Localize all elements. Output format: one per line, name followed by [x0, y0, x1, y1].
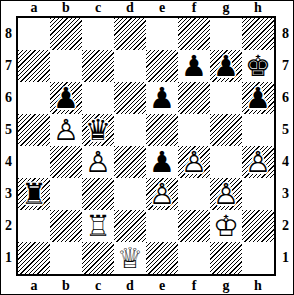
square-d6[interactable] — [114, 82, 146, 114]
white-pawn-b5[interactable]: ♟♙ — [50, 114, 82, 146]
square-h1[interactable] — [242, 242, 274, 274]
square-a6[interactable] — [18, 82, 50, 114]
square-f2[interactable] — [178, 210, 210, 242]
square-g4[interactable] — [210, 146, 242, 178]
piece-glyph: ♟ — [210, 50, 242, 82]
white-pawn-e3[interactable]: ♟♙ — [146, 178, 178, 210]
rank-label-4: 4 — [277, 146, 294, 178]
file-label-g: g — [210, 277, 242, 294]
square-g3[interactable]: ♟♙ — [210, 178, 242, 210]
square-b5[interactable]: ♟♙ — [50, 114, 82, 146]
square-a2[interactable] — [18, 210, 50, 242]
file-labels-top: abcdefgh — [18, 0, 274, 15]
file-label-a: a — [18, 0, 50, 16]
piece-glyph: ♟ — [178, 50, 210, 82]
square-f1[interactable] — [178, 242, 210, 274]
rank-label-8: 8 — [1, 18, 16, 50]
rank-label-2: 2 — [277, 210, 294, 242]
square-e8[interactable] — [146, 18, 178, 50]
white-pawn-c4[interactable]: ♟♙ — [82, 146, 114, 178]
file-label-b: b — [50, 277, 82, 294]
square-h5[interactable] — [242, 114, 274, 146]
rank-label-2: 2 — [1, 210, 16, 242]
square-c8[interactable] — [82, 18, 114, 50]
file-label-g: g — [210, 0, 242, 16]
square-f5[interactable] — [178, 114, 210, 146]
square-g2[interactable]: ♚♔ — [210, 210, 242, 242]
rank-label-6: 6 — [277, 82, 294, 114]
file-label-f: f — [178, 0, 210, 16]
rank-label-8: 8 — [277, 18, 294, 50]
square-b3[interactable] — [50, 178, 82, 210]
square-a4[interactable] — [18, 146, 50, 178]
square-e4[interactable]: ♟ — [146, 146, 178, 178]
square-d7[interactable] — [114, 50, 146, 82]
square-c5[interactable]: ♛ — [82, 114, 114, 146]
square-e7[interactable] — [146, 50, 178, 82]
square-g5[interactable] — [210, 114, 242, 146]
rank-labels-right: 87654321 — [277, 18, 294, 274]
square-c1[interactable] — [82, 242, 114, 274]
square-h6[interactable]: ♟ — [242, 82, 274, 114]
square-e5[interactable] — [146, 114, 178, 146]
piece-glyph: ♙ — [82, 146, 114, 178]
piece-glyph: ♚ — [242, 50, 274, 82]
piece-glyph: ♙ — [210, 178, 242, 210]
piece-glyph: ♟ — [242, 82, 274, 114]
piece-glyph: ♛ — [82, 114, 114, 146]
square-d8[interactable] — [114, 18, 146, 50]
square-b7[interactable] — [50, 50, 82, 82]
file-label-c: c — [82, 0, 114, 16]
file-label-e: e — [146, 277, 178, 294]
square-f3[interactable] — [178, 178, 210, 210]
square-b8[interactable] — [50, 18, 82, 50]
rank-label-5: 5 — [1, 114, 16, 146]
square-f4[interactable]: ♟♙ — [178, 146, 210, 178]
square-h7[interactable]: ♚ — [242, 50, 274, 82]
black-pawn-b6[interactable]: ♟ — [50, 82, 82, 114]
square-g6[interactable] — [210, 82, 242, 114]
square-b6[interactable]: ♟ — [50, 82, 82, 114]
square-d3[interactable] — [114, 178, 146, 210]
black-queen-c5[interactable]: ♛ — [82, 114, 114, 146]
square-h2[interactable] — [242, 210, 274, 242]
square-f6[interactable] — [178, 82, 210, 114]
square-g7[interactable]: ♟ — [210, 50, 242, 82]
piece-glyph: ♖ — [82, 210, 114, 242]
rank-label-3: 3 — [1, 178, 16, 210]
file-label-f: f — [178, 277, 210, 294]
file-labels-bottom: abcdefgh — [18, 277, 274, 294]
white-pawn-g3[interactable]: ♟♙ — [210, 178, 242, 210]
rank-label-7: 7 — [277, 50, 294, 82]
white-pawn-h4[interactable]: ♟♙ — [242, 146, 274, 178]
square-b2[interactable] — [50, 210, 82, 242]
square-a1[interactable] — [18, 242, 50, 274]
square-c7[interactable] — [82, 50, 114, 82]
chess-board[interactable]: ♟♟♚♟♟♟♟♙♛♟♙♟♟♙♟♙♜♟♙♟♙♜♖♚♔♛♕ — [16, 16, 276, 276]
file-label-d: d — [114, 277, 146, 294]
file-label-h: h — [242, 277, 274, 294]
square-e6[interactable]: ♟ — [146, 82, 178, 114]
black-rook-a3[interactable]: ♜ — [18, 178, 50, 210]
black-pawn-e6[interactable]: ♟ — [146, 82, 178, 114]
square-a5[interactable] — [18, 114, 50, 146]
white-king-g2[interactable]: ♚♔ — [210, 210, 242, 242]
rank-label-7: 7 — [1, 50, 16, 82]
square-h3[interactable] — [242, 178, 274, 210]
square-f7[interactable]: ♟ — [178, 50, 210, 82]
square-d4[interactable] — [114, 146, 146, 178]
square-b1[interactable] — [50, 242, 82, 274]
black-pawn-h6[interactable]: ♟ — [242, 82, 274, 114]
black-pawn-f7[interactable]: ♟ — [178, 50, 210, 82]
square-e2[interactable] — [146, 210, 178, 242]
piece-glyph: ♔ — [210, 210, 242, 242]
black-pawn-g7[interactable]: ♟ — [210, 50, 242, 82]
piece-glyph: ♙ — [50, 114, 82, 146]
piece-glyph: ♟ — [146, 146, 178, 178]
square-c6[interactable] — [82, 82, 114, 114]
square-c2[interactable]: ♜♖ — [82, 210, 114, 242]
white-rook-c2[interactable]: ♜♖ — [82, 210, 114, 242]
square-e3[interactable]: ♟♙ — [146, 178, 178, 210]
square-d2[interactable] — [114, 210, 146, 242]
rank-label-1: 1 — [277, 242, 294, 274]
rank-label-5: 5 — [277, 114, 294, 146]
file-label-a: a — [18, 277, 50, 294]
piece-glyph: ♜ — [18, 178, 50, 210]
file-label-h: h — [242, 0, 274, 16]
square-g8[interactable] — [210, 18, 242, 50]
file-label-d: d — [114, 0, 146, 16]
piece-glyph: ♟ — [50, 82, 82, 114]
piece-glyph: ♙ — [146, 178, 178, 210]
square-d1[interactable]: ♛♕ — [114, 242, 146, 274]
piece-glyph: ♙ — [178, 146, 210, 178]
square-c3[interactable] — [82, 178, 114, 210]
file-label-c: c — [82, 277, 114, 294]
piece-glyph: ♕ — [114, 242, 146, 274]
black-pawn-e4[interactable]: ♟ — [146, 146, 178, 178]
square-h4[interactable]: ♟♙ — [242, 146, 274, 178]
square-e1[interactable] — [146, 242, 178, 274]
chess-diagram: abcdefgh 87654321 ♟♟♚♟♟♟♟♙♛♟♙♟♟♙♟♙♜♟♙♟♙♜… — [0, 0, 294, 295]
piece-glyph: ♙ — [242, 146, 274, 178]
rank-labels-left: 87654321 — [1, 18, 16, 274]
square-f8[interactable] — [178, 18, 210, 50]
square-c4[interactable]: ♟♙ — [82, 146, 114, 178]
square-g1[interactable] — [210, 242, 242, 274]
square-a8[interactable] — [18, 18, 50, 50]
square-h8[interactable] — [242, 18, 274, 50]
white-queen-d1[interactable]: ♛♕ — [114, 242, 146, 274]
black-king-h7[interactable]: ♚ — [242, 50, 274, 82]
rank-label-3: 3 — [277, 178, 294, 210]
file-label-b: b — [50, 0, 82, 16]
white-pawn-f4[interactable]: ♟♙ — [178, 146, 210, 178]
piece-glyph: ♟ — [146, 82, 178, 114]
square-a3[interactable]: ♜ — [18, 178, 50, 210]
square-a7[interactable] — [18, 50, 50, 82]
square-d5[interactable] — [114, 114, 146, 146]
square-b4[interactable] — [50, 146, 82, 178]
rank-label-6: 6 — [1, 82, 16, 114]
rank-label-4: 4 — [1, 146, 16, 178]
file-label-e: e — [146, 0, 178, 16]
rank-label-1: 1 — [1, 242, 16, 274]
